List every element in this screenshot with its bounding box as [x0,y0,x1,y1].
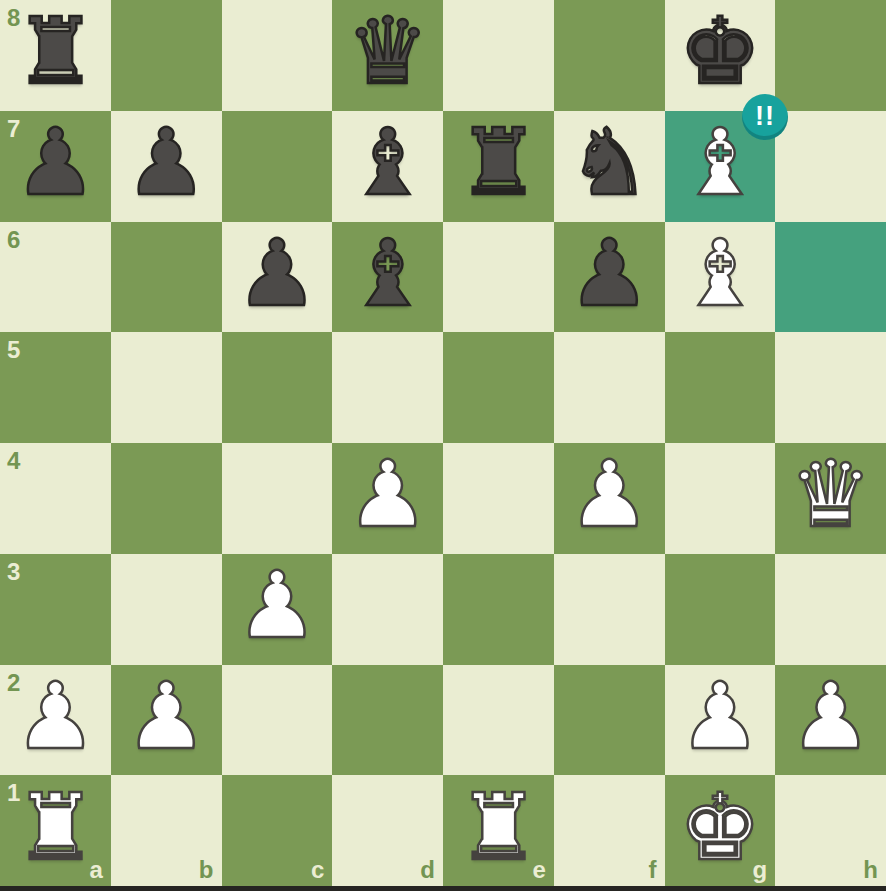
file-label-h: h [863,856,878,884]
piece-bR-e7[interactable]: ♜ [457,117,539,209]
square-e3[interactable] [443,554,554,665]
square-h8[interactable] [775,0,886,111]
file-label-e: e [532,856,545,884]
square-a2[interactable]: ♟2 [0,665,111,776]
rank-label-5: 5 [7,336,20,364]
square-d2[interactable] [332,665,443,776]
piece-wP-c3[interactable]: ♟ [236,560,318,652]
piece-bQ-d8[interactable]: ♛ [346,6,428,98]
piece-bN-f7[interactable]: ♞ [568,117,650,209]
square-h5[interactable] [775,332,886,443]
square-b6[interactable] [111,222,222,333]
square-d4[interactable]: ♟ [332,443,443,554]
square-d6[interactable]: ♝ [332,222,443,333]
square-b7[interactable]: ♟ [111,111,222,222]
piece-bK-g8[interactable]: ♚ [679,6,761,98]
square-g2[interactable]: ♟ [665,665,776,776]
square-f1[interactable]: f [554,775,665,886]
chess-board-wrapper: ♜8♛♚♟7♟♝♜♞♝6♟♝♟♝54♟♟♛3♟♟2♟♟♟♜1abcd♜ef♚gh… [0,0,886,891]
square-c6[interactable]: ♟ [222,222,333,333]
square-h2[interactable]: ♟ [775,665,886,776]
file-label-c: c [311,856,324,884]
piece-bB-d7[interactable]: ♝ [346,117,428,209]
square-c3[interactable]: ♟ [222,554,333,665]
square-d3[interactable] [332,554,443,665]
file-label-d: d [420,856,435,884]
square-a6[interactable]: 6 [0,222,111,333]
square-a7[interactable]: ♟7 [0,111,111,222]
square-e8[interactable] [443,0,554,111]
piece-wP-f4[interactable]: ♟ [568,449,650,541]
piece-wP-b2[interactable]: ♟ [125,671,207,763]
file-label-b: b [199,856,214,884]
square-d1[interactable]: d [332,775,443,886]
piece-wR-a1[interactable]: ♜ [14,782,96,874]
square-b3[interactable] [111,554,222,665]
square-a5[interactable]: 5 [0,332,111,443]
square-e4[interactable] [443,443,554,554]
square-c4[interactable] [222,443,333,554]
rank-label-3: 3 [7,558,20,586]
square-h1[interactable]: h [775,775,886,886]
square-c8[interactable] [222,0,333,111]
square-c7[interactable] [222,111,333,222]
square-f2[interactable] [554,665,665,776]
square-b1[interactable]: b [111,775,222,886]
square-e5[interactable] [443,332,554,443]
square-a3[interactable]: 3 [0,554,111,665]
square-h7[interactable] [775,111,886,222]
piece-bP-a7[interactable]: ♟ [14,117,96,209]
square-a8[interactable]: ♜8 [0,0,111,111]
square-f5[interactable] [554,332,665,443]
square-a1[interactable]: ♜1a [0,775,111,886]
square-g3[interactable] [665,554,776,665]
square-c5[interactable] [222,332,333,443]
piece-wP-d4[interactable]: ♟ [346,449,428,541]
piece-wB-g6[interactable]: ♝ [679,228,761,320]
square-h3[interactable] [775,554,886,665]
square-f6[interactable]: ♟ [554,222,665,333]
square-e1[interactable]: ♜e [443,775,554,886]
square-a4[interactable]: 4 [0,443,111,554]
square-f4[interactable]: ♟ [554,443,665,554]
piece-bP-b7[interactable]: ♟ [125,117,207,209]
piece-bR-a8[interactable]: ♜ [14,6,96,98]
piece-wP-a2[interactable]: ♟ [14,671,96,763]
square-c2[interactable] [222,665,333,776]
piece-bB-d6[interactable]: ♝ [346,228,428,320]
rank-label-4: 4 [7,447,20,475]
square-b8[interactable] [111,0,222,111]
brilliant-move-badge: !! [742,94,788,140]
file-label-f: f [649,856,657,884]
square-e7[interactable]: ♜ [443,111,554,222]
square-f7[interactable]: ♞ [554,111,665,222]
square-b5[interactable] [111,332,222,443]
square-h6[interactable] [775,222,886,333]
square-f3[interactable] [554,554,665,665]
piece-wP-h2[interactable]: ♟ [789,671,871,763]
square-f8[interactable] [554,0,665,111]
piece-wP-g2[interactable]: ♟ [679,671,761,763]
square-d8[interactable]: ♛ [332,0,443,111]
piece-bP-f6[interactable]: ♟ [568,228,650,320]
square-g4[interactable] [665,443,776,554]
square-e2[interactable] [443,665,554,776]
square-g1[interactable]: ♚g [665,775,776,886]
piece-wK-g1[interactable]: ♚ [679,782,761,874]
square-c1[interactable]: c [222,775,333,886]
rank-label-8: 8 [7,4,20,32]
rank-label-1: 1 [7,779,20,807]
rank-label-6: 6 [7,226,20,254]
rank-label-2: 2 [7,669,20,697]
square-d5[interactable] [332,332,443,443]
file-label-g: g [753,856,768,884]
bottom-bar [0,886,886,891]
file-label-a: a [89,856,102,884]
piece-wR-e1[interactable]: ♜ [457,782,539,874]
square-e6[interactable] [443,222,554,333]
square-d7[interactable]: ♝ [332,111,443,222]
piece-bP-c6[interactable]: ♟ [236,228,318,320]
square-g5[interactable] [665,332,776,443]
square-b4[interactable] [111,443,222,554]
square-g6[interactable]: ♝ [665,222,776,333]
piece-wQ-h4[interactable]: ♛ [789,449,871,541]
square-b2[interactable]: ♟ [111,665,222,776]
square-h4[interactable]: ♛ [775,443,886,554]
rank-label-7: 7 [7,115,20,143]
